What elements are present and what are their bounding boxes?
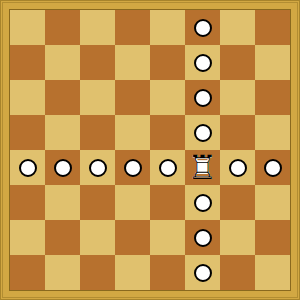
- move-dot-icon[interactable]: [194, 19, 212, 37]
- square-b2[interactable]: [45, 220, 80, 255]
- square-e1[interactable]: [150, 255, 185, 290]
- square-g5[interactable]: [220, 115, 255, 150]
- move-dot-icon[interactable]: [194, 54, 212, 72]
- square-c8[interactable]: [80, 10, 115, 45]
- square-h3[interactable]: [255, 185, 290, 220]
- square-c1[interactable]: [80, 255, 115, 290]
- square-c2[interactable]: [80, 220, 115, 255]
- square-d5[interactable]: [115, 115, 150, 150]
- square-f8[interactable]: [185, 10, 220, 45]
- square-g6[interactable]: [220, 80, 255, 115]
- square-d8[interactable]: [115, 10, 150, 45]
- square-f4[interactable]: ♜♖: [185, 150, 220, 185]
- square-f5[interactable]: [185, 115, 220, 150]
- board-frame: ♜♖: [0, 0, 300, 300]
- square-g8[interactable]: [220, 10, 255, 45]
- square-a8[interactable]: [10, 10, 45, 45]
- square-a4[interactable]: [10, 150, 45, 185]
- square-f3[interactable]: [185, 185, 220, 220]
- move-dot-icon[interactable]: [89, 159, 107, 177]
- square-c5[interactable]: [80, 115, 115, 150]
- square-d6[interactable]: [115, 80, 150, 115]
- square-a7[interactable]: [10, 45, 45, 80]
- move-dot-icon[interactable]: [194, 89, 212, 107]
- square-e2[interactable]: [150, 220, 185, 255]
- square-f1[interactable]: [185, 255, 220, 290]
- square-e8[interactable]: [150, 10, 185, 45]
- square-g4[interactable]: [220, 150, 255, 185]
- square-a1[interactable]: [10, 255, 45, 290]
- square-h2[interactable]: [255, 220, 290, 255]
- square-a2[interactable]: [10, 220, 45, 255]
- square-b4[interactable]: [45, 150, 80, 185]
- square-e4[interactable]: [150, 150, 185, 185]
- square-c4[interactable]: [80, 150, 115, 185]
- square-e7[interactable]: [150, 45, 185, 80]
- square-h6[interactable]: [255, 80, 290, 115]
- square-a6[interactable]: [10, 80, 45, 115]
- square-h1[interactable]: [255, 255, 290, 290]
- square-g1[interactable]: [220, 255, 255, 290]
- move-dot-icon[interactable]: [194, 194, 212, 212]
- square-d1[interactable]: [115, 255, 150, 290]
- square-b8[interactable]: [45, 10, 80, 45]
- square-c6[interactable]: [80, 80, 115, 115]
- square-e3[interactable]: [150, 185, 185, 220]
- square-b7[interactable]: [45, 45, 80, 80]
- square-h5[interactable]: [255, 115, 290, 150]
- square-h8[interactable]: [255, 10, 290, 45]
- square-c7[interactable]: [80, 45, 115, 80]
- square-f2[interactable]: [185, 220, 220, 255]
- move-dot-icon[interactable]: [19, 159, 37, 177]
- square-g2[interactable]: [220, 220, 255, 255]
- square-c3[interactable]: [80, 185, 115, 220]
- white-rook-outline-glyph: ♖: [185, 150, 220, 185]
- move-dot-icon[interactable]: [194, 124, 212, 142]
- square-d3[interactable]: [115, 185, 150, 220]
- square-b3[interactable]: [45, 185, 80, 220]
- move-dot-icon[interactable]: [159, 159, 177, 177]
- white-rook[interactable]: ♜♖: [185, 150, 220, 185]
- square-d7[interactable]: [115, 45, 150, 80]
- square-d2[interactable]: [115, 220, 150, 255]
- square-b5[interactable]: [45, 115, 80, 150]
- square-b6[interactable]: [45, 80, 80, 115]
- square-h7[interactable]: [255, 45, 290, 80]
- square-e6[interactable]: [150, 80, 185, 115]
- square-g7[interactable]: [220, 45, 255, 80]
- move-dot-icon[interactable]: [229, 159, 247, 177]
- move-dot-icon[interactable]: [194, 229, 212, 247]
- square-f6[interactable]: [185, 80, 220, 115]
- square-f7[interactable]: [185, 45, 220, 80]
- square-e5[interactable]: [150, 115, 185, 150]
- square-d4[interactable]: [115, 150, 150, 185]
- square-a3[interactable]: [10, 185, 45, 220]
- square-g3[interactable]: [220, 185, 255, 220]
- move-dot-icon[interactable]: [124, 159, 142, 177]
- square-b1[interactable]: [45, 255, 80, 290]
- move-dot-icon[interactable]: [54, 159, 72, 177]
- square-a5[interactable]: [10, 115, 45, 150]
- move-dot-icon[interactable]: [264, 159, 282, 177]
- move-dot-icon[interactable]: [194, 264, 212, 282]
- chess-board: ♜♖: [9, 9, 291, 291]
- square-h4[interactable]: [255, 150, 290, 185]
